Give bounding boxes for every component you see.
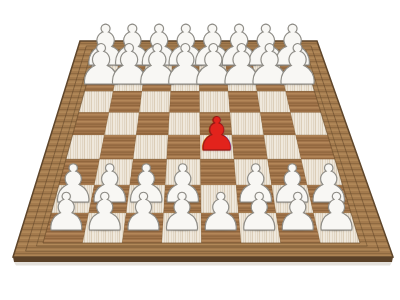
square-e3 xyxy=(200,159,236,185)
square-e8 xyxy=(199,53,227,72)
square-d8 xyxy=(172,53,199,72)
square-d7 xyxy=(171,72,200,92)
square-d5 xyxy=(168,112,200,135)
square-f2 xyxy=(236,185,276,213)
square-f7 xyxy=(227,72,257,92)
square-b8 xyxy=(117,53,147,72)
square-g4 xyxy=(264,135,301,159)
square-f3 xyxy=(234,159,272,185)
square-c6 xyxy=(139,91,170,112)
square-b1 xyxy=(83,213,127,243)
square-f8 xyxy=(225,53,254,72)
square-f1 xyxy=(239,213,281,243)
square-b7 xyxy=(113,72,144,92)
chessboard-scene: ♟♟♟♟♟♟♟♟♟♟♟♟♟♟♟♟♟♟♟♟♟♟♟♟♟♟♟♟♟♟♟♟ xyxy=(0,0,400,300)
square-c8 xyxy=(145,53,173,72)
square-c3 xyxy=(130,159,167,185)
square-b6 xyxy=(109,91,142,112)
square-e5 xyxy=(200,112,232,135)
square-g7 xyxy=(254,72,286,92)
square-c2 xyxy=(126,185,165,213)
square-g8 xyxy=(251,53,281,72)
square-e6 xyxy=(200,91,231,112)
square-e1 xyxy=(201,213,241,243)
square-c4 xyxy=(133,135,168,159)
square-g1 xyxy=(276,213,320,243)
board-side-face xyxy=(13,257,393,262)
square-b4 xyxy=(100,135,137,159)
square-g5 xyxy=(260,112,295,135)
square-f5 xyxy=(230,112,264,135)
board-bottom-bevel xyxy=(14,262,392,266)
square-c5 xyxy=(136,112,169,135)
square-b5 xyxy=(104,112,139,135)
square-d3 xyxy=(165,159,200,185)
square-c7 xyxy=(142,72,172,92)
square-d6 xyxy=(170,91,200,112)
square-f4 xyxy=(232,135,268,159)
square-g3 xyxy=(268,159,308,185)
square-g2 xyxy=(272,185,314,213)
square-b3 xyxy=(94,159,133,185)
square-d1 xyxy=(162,213,202,243)
square-f6 xyxy=(228,91,260,112)
square-b2 xyxy=(89,185,130,213)
square-e7 xyxy=(199,72,228,92)
square-e2 xyxy=(201,185,239,213)
square-g6 xyxy=(257,91,291,112)
square-c1 xyxy=(122,213,163,243)
square-d2 xyxy=(164,185,201,213)
chessboard xyxy=(0,0,400,300)
square-e4 xyxy=(200,135,234,159)
square-d4 xyxy=(167,135,201,159)
